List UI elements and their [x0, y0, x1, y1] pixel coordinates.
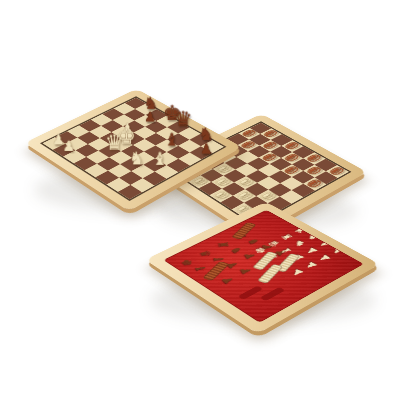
- chess-cell-r2c5: [123, 121, 145, 133]
- boxed-light-chessman: ♛: [265, 239, 282, 248]
- chess-cell-r1c5: [113, 114, 135, 126]
- boxed-light-chessman: ♟: [316, 239, 333, 248]
- chess-cell-r4c5: [145, 133, 167, 145]
- chess-piece-dark-king: ♚: [163, 103, 181, 123]
- chess-cell-r1c2: [77, 132, 99, 144]
- chess-cell-r5c6: [167, 133, 189, 145]
- storage-box-wrap: ♚♛♜♜♝♝♞♞♟♟♟♟♟♟♟♟♚♛♜♜♝♝♞♞♟♟♟♟♟♟♟♟: [122, 157, 400, 367]
- boxed-dark-chessman: ♟: [238, 266, 254, 275]
- boxed-dark-chessman: ♚: [179, 258, 196, 267]
- boxed-dark-chessman: ♞: [246, 237, 262, 245]
- chess-piece-dark-knight: ♞: [198, 126, 213, 143]
- chess-cell-r3c4: [122, 133, 144, 145]
- chess-cell-r6c7: ♞: [190, 134, 213, 146]
- storage-box: ♚♛♜♜♝♝♞♞♟♟♟♟♟♟♟♟♚♛♜♜♝♝♞♞♟♟♟♟♟♟♟♟: [145, 202, 380, 334]
- checkers-cell-r3c7: ⛂: [281, 140, 303, 152]
- boxed-light-chessman: ♟: [329, 246, 345, 255]
- boxed-light-chessman: ♞: [291, 239, 307, 248]
- chess-cell-r0c5: [102, 109, 124, 121]
- box-felt-interior: ♚♛♜♜♝♝♞♞♟♟♟♟♟♟♟♟♚♛♜♜♝♝♞♞♟♟♟♟♟♟♟♟: [163, 210, 364, 323]
- chess-cell-r0c3: [79, 120, 101, 132]
- chess-piece-dark-knight: ♞: [143, 95, 158, 111]
- chess-cell-r7c7: [201, 140, 224, 153]
- chess-piece-light-pawn: ♟: [52, 132, 65, 146]
- chess-cell-r1c4: [101, 120, 123, 132]
- boxed-light-chessman: ♞: [304, 232, 321, 241]
- boxed-light-checker-stack: [275, 253, 301, 273]
- chess-piece-dark-queen: ♛: [174, 110, 192, 131]
- chess-cell-r5c7: [178, 128, 200, 140]
- product-photo-scene: ⛂⛂⛂⛂⛂⛂⛂⛂⛂⛂⛂⛂⛂⛂⛂⛂⛂⛂⛂⛂⛂⛂⛂⛂ ♟♟♞♟♟♛♚♚♛♞♝♝♞♟ …: [0, 0, 400, 400]
- boxed-light-chessman: ♜: [292, 226, 308, 235]
- boxed-dark-chessman: ♞: [228, 246, 245, 255]
- chess-cell-r0c4: [91, 114, 113, 126]
- empty-felt-recess: [260, 287, 285, 301]
- chess-cell-r2c4: ♟: [112, 126, 134, 138]
- boxed-light-checker-stack: [257, 264, 283, 284]
- boxed-light-chessman: ♟: [303, 246, 320, 255]
- boxed-dark-chessman: ♝: [192, 264, 208, 273]
- boxed-dark-chessman: ♟: [242, 252, 258, 261]
- boxed-light-chessman: ♟: [289, 268, 306, 278]
- chess-cell-r4c7: ♛: [167, 121, 189, 133]
- checkers-cell-r2c7: [271, 134, 293, 146]
- chess-cell-r3c5: [134, 127, 156, 139]
- chess-cell-r1c3: [89, 126, 111, 138]
- boxed-light-chessman: ♟: [316, 253, 333, 263]
- boxed-dark-chessman: ♟: [260, 243, 274, 250]
- chess-cell-r4c0: [85, 164, 108, 178]
- checker-man-dark: ⛂: [280, 140, 302, 152]
- chess-cell-r2c6: ♟: [135, 115, 157, 127]
- chess-piece-dark-pawn: ♟: [144, 110, 156, 124]
- chess-cell-r4c6: [156, 127, 178, 139]
- boxed-dark-checker-stack: [202, 261, 229, 281]
- boxed-dark-checker-stack: [231, 222, 256, 240]
- boxed-dark-chessman: ♜: [216, 241, 230, 248]
- chess-cell-r0c1: [55, 131, 77, 143]
- chess-cell-r3c7: ♚: [156, 115, 178, 127]
- boxed-dark-chessman: ♟: [219, 275, 237, 285]
- chess-cell-r3c6: [145, 121, 167, 133]
- boxed-light-checker-stack: [252, 251, 278, 271]
- chess-cell-r2c7: [146, 109, 168, 121]
- chess-cell-r1c6: [124, 109, 146, 121]
- boxed-dark-chessman: ♟: [224, 260, 241, 269]
- chess-piece-light-pawn: ♟: [121, 121, 133, 135]
- chess-piece-light-queen: ♛: [105, 133, 124, 154]
- chess-cell-r0c7: [125, 98, 146, 109]
- chess-piece-dark-bishop: ♝: [164, 131, 179, 148]
- boxed-dark-chessman: ♟: [207, 270, 222, 278]
- empty-felt-recess: [238, 286, 264, 300]
- chess-cell-r2c3: [100, 132, 122, 144]
- chess-cell-r0c6: [114, 103, 136, 114]
- chess-piece-light-king: ♚: [117, 127, 136, 148]
- boxed-light-chessman: ♟: [302, 260, 319, 270]
- chess-cell-r0c2: [67, 125, 89, 137]
- boxed-dark-chessman: ♛: [198, 249, 214, 257]
- chess-cell-r1c7: ♞: [135, 103, 157, 114]
- boxed-light-chessman: ♜: [279, 232, 296, 241]
